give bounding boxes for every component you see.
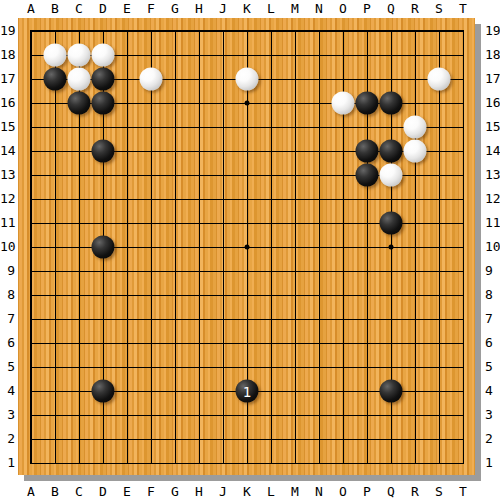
col-label-top-P: P (355, 1, 379, 16)
col-label-bottom-R: R (403, 484, 427, 499)
move-number-label: 1 (243, 384, 251, 398)
row-label-left-8: 8 (0, 287, 15, 303)
col-label-top-E: E (115, 1, 139, 16)
row-label-right-12: 12 (485, 191, 500, 207)
col-label-top-L: L (259, 1, 283, 16)
star-point-K10 (245, 245, 250, 250)
row-label-left-11: 11 (0, 215, 15, 231)
row-label-left-18: 18 (0, 47, 15, 63)
black-stone-Q4[interactable] (380, 380, 403, 403)
col-label-bottom-F: F (139, 484, 163, 499)
col-label-top-M: M (283, 1, 307, 16)
col-label-bottom-L: L (259, 484, 283, 499)
star-point-Q10 (389, 245, 394, 250)
white-stone-K17[interactable] (236, 68, 259, 91)
row-label-right-1: 1 (485, 455, 500, 471)
black-stone-D4[interactable] (92, 380, 115, 403)
col-label-bottom-M: M (283, 484, 307, 499)
black-stone-Q16[interactable] (380, 92, 403, 115)
white-stone-R14[interactable] (404, 140, 427, 163)
white-stone-D18[interactable] (92, 44, 115, 67)
row-label-right-5: 5 (485, 359, 500, 375)
col-label-bottom-E: E (115, 484, 139, 499)
row-label-right-4: 4 (485, 383, 500, 399)
white-stone-Q13[interactable] (380, 164, 403, 187)
col-label-top-N: N (307, 1, 331, 16)
col-label-bottom-J: J (211, 484, 235, 499)
row-label-right-16: 16 (485, 95, 500, 111)
col-label-bottom-S: S (427, 484, 451, 499)
row-label-left-6: 6 (0, 335, 15, 351)
row-label-right-15: 15 (485, 119, 500, 135)
col-label-bottom-P: P (355, 484, 379, 499)
col-label-bottom-H: H (187, 484, 211, 499)
black-stone-C16[interactable] (68, 92, 91, 115)
row-label-right-8: 8 (485, 287, 500, 303)
col-label-bottom-D: D (91, 484, 115, 499)
black-stone-D14[interactable] (92, 140, 115, 163)
row-label-left-14: 14 (0, 143, 15, 159)
col-label-top-O: O (331, 1, 355, 16)
black-stone-P14[interactable] (356, 140, 379, 163)
row-label-right-14: 14 (485, 143, 500, 159)
white-stone-B18[interactable] (44, 44, 67, 67)
col-label-bottom-B: B (43, 484, 67, 499)
row-label-right-10: 10 (485, 239, 500, 255)
row-label-right-3: 3 (485, 407, 500, 423)
row-label-right-19: 19 (485, 23, 500, 39)
row-label-left-12: 12 (0, 191, 15, 207)
col-label-bottom-A: A (19, 484, 43, 499)
row-label-left-5: 5 (0, 359, 15, 375)
row-label-left-17: 17 (0, 71, 15, 87)
white-stone-C17[interactable] (68, 68, 91, 91)
black-stone-D16[interactable] (92, 92, 115, 115)
row-label-right-6: 6 (485, 335, 500, 351)
black-stone-D10[interactable] (92, 236, 115, 259)
row-label-right-9: 9 (485, 263, 500, 279)
white-stone-C18[interactable] (68, 44, 91, 67)
row-label-left-4: 4 (0, 383, 15, 399)
col-label-top-Q: Q (379, 1, 403, 16)
row-label-left-1: 1 (0, 455, 15, 471)
row-label-left-3: 3 (0, 407, 15, 423)
row-label-left-2: 2 (0, 431, 15, 447)
black-stone-D17[interactable] (92, 68, 115, 91)
black-stone-K4[interactable]: 1 (236, 380, 259, 403)
col-label-top-K: K (235, 1, 259, 16)
col-label-top-T: T (451, 1, 475, 16)
white-stone-O16[interactable] (332, 92, 355, 115)
col-label-top-S: S (427, 1, 451, 16)
col-label-top-B: B (43, 1, 67, 16)
row-label-right-13: 13 (485, 167, 500, 183)
row-label-left-19: 19 (0, 23, 15, 39)
row-label-right-2: 2 (485, 431, 500, 447)
col-label-top-D: D (91, 1, 115, 16)
row-label-right-11: 11 (485, 215, 500, 231)
black-stone-B17[interactable] (44, 68, 67, 91)
col-label-bottom-N: N (307, 484, 331, 499)
row-label-left-7: 7 (0, 311, 15, 327)
col-label-top-F: F (139, 1, 163, 16)
row-label-right-18: 18 (485, 47, 500, 63)
row-label-left-16: 16 (0, 95, 15, 111)
col-label-bottom-T: T (451, 484, 475, 499)
row-label-left-10: 10 (0, 239, 15, 255)
col-label-top-C: C (67, 1, 91, 16)
col-label-bottom-Q: Q (379, 484, 403, 499)
black-stone-P13[interactable] (356, 164, 379, 187)
col-label-top-G: G (163, 1, 187, 16)
row-label-right-7: 7 (485, 311, 500, 327)
white-stone-F17[interactable] (140, 68, 163, 91)
col-label-bottom-G: G (163, 484, 187, 499)
col-label-bottom-O: O (331, 484, 355, 499)
black-stone-P16[interactable] (356, 92, 379, 115)
star-point-K16 (245, 101, 250, 106)
page: 1 AABBCCDDEEFFGGHHJJKKLLMMNNOOPPQQRRSSTT… (0, 0, 500, 500)
black-stone-Q14[interactable] (380, 140, 403, 163)
col-label-bottom-C: C (67, 484, 91, 499)
row-label-right-17: 17 (485, 71, 500, 87)
row-label-left-13: 13 (0, 167, 15, 183)
col-label-top-J: J (211, 1, 235, 16)
row-label-left-9: 9 (0, 263, 15, 279)
black-stone-Q11[interactable] (380, 212, 403, 235)
white-stone-R15[interactable] (404, 116, 427, 139)
col-label-top-A: A (19, 1, 43, 16)
col-label-bottom-K: K (235, 484, 259, 499)
row-label-left-15: 15 (0, 119, 15, 135)
col-label-top-R: R (403, 1, 427, 16)
white-stone-S17[interactable] (428, 68, 451, 91)
go-board[interactable]: 1 (18, 18, 475, 475)
col-label-top-H: H (187, 1, 211, 16)
